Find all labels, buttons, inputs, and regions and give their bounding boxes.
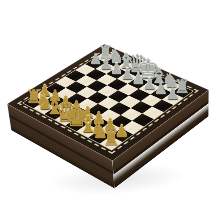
chess-box	[7, 44, 208, 161]
chess-set-photo: ♜♞♝♛♚♝♞♜♟♟♟♟♟♟♟♟♟♟♟♟♟♟♟♟♜♞♝♛♚♝♞♜	[0, 0, 222, 222]
